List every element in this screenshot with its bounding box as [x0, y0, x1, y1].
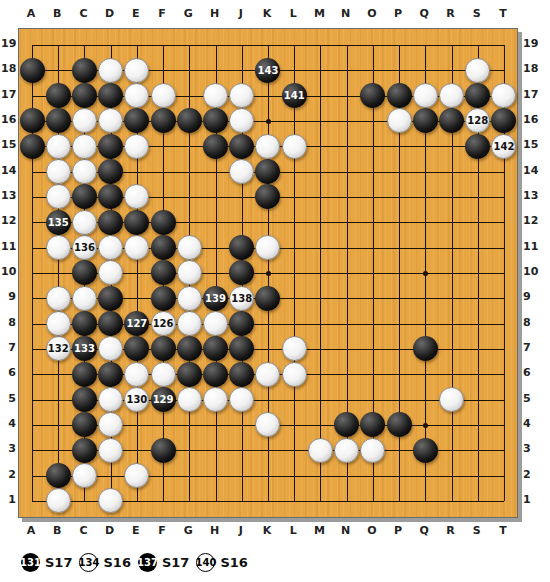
star-point	[266, 119, 271, 124]
stone-C3	[72, 438, 97, 463]
column-label-N: N	[333, 7, 359, 20]
stone-J6	[229, 362, 254, 387]
row-label-1: 1	[523, 493, 545, 507]
column-label-K: K	[254, 7, 280, 20]
stone-P16	[387, 108, 412, 133]
stone-C17	[72, 83, 97, 108]
stone-K14	[255, 159, 280, 184]
stone-H5	[203, 387, 228, 412]
stone-G10	[177, 260, 202, 285]
row-label-15: 15	[523, 138, 545, 152]
row-label-4: 4	[1, 417, 16, 431]
stone-B9	[46, 286, 71, 311]
stone-C18	[72, 58, 97, 83]
stone-C7-move-133: 133	[72, 336, 97, 361]
stone-Q16	[413, 108, 438, 133]
column-label-A: A	[18, 7, 44, 20]
stone-J10	[229, 260, 254, 285]
column-label-H: H	[202, 524, 228, 537]
column-label-S: S	[464, 524, 490, 537]
stone-H8	[203, 311, 228, 336]
column-label-E: E	[123, 524, 149, 537]
row-label-10: 10	[1, 265, 16, 279]
stone-N3	[334, 438, 359, 463]
caption-move-disc-131: 131	[21, 553, 40, 572]
stone-J9-move-138: 138	[229, 286, 254, 311]
row-label-16: 16	[1, 113, 16, 127]
stone-J14	[229, 159, 254, 184]
stone-B14	[46, 159, 71, 184]
stone-J7	[229, 336, 254, 361]
stone-C15	[72, 134, 97, 159]
row-label-18: 18	[1, 62, 16, 76]
stone-D3	[98, 438, 123, 463]
column-label-S: S	[464, 7, 490, 20]
caption-move-140: 140S16	[196, 553, 247, 572]
row-label-1: 1	[1, 493, 16, 507]
row-label-17: 17	[523, 88, 545, 102]
column-label-E: E	[123, 7, 149, 20]
stone-F9	[151, 286, 176, 311]
stone-Q3	[413, 438, 438, 463]
row-label-14: 14	[523, 164, 545, 178]
stone-L17-move-141: 141	[282, 83, 307, 108]
column-label-M: M	[306, 524, 332, 537]
star-point	[266, 271, 271, 276]
stone-D16	[98, 108, 123, 133]
column-label-P: P	[385, 7, 411, 20]
stone-E11	[124, 235, 149, 260]
stone-H6	[203, 362, 228, 387]
stone-C6	[72, 362, 97, 387]
stone-A16	[20, 108, 45, 133]
column-label-Q: Q	[411, 7, 437, 20]
star-point	[423, 423, 428, 428]
row-label-2: 2	[1, 468, 16, 482]
caption-move-point-134: S16	[103, 555, 130, 570]
stone-F3	[151, 438, 176, 463]
stone-D5	[98, 387, 123, 412]
row-label-8: 8	[1, 316, 16, 330]
column-label-T: T	[490, 524, 516, 537]
caption-move-point-137: S17	[162, 555, 189, 570]
column-label-B: B	[44, 7, 70, 20]
row-label-11: 11	[1, 240, 16, 254]
row-label-6: 6	[523, 366, 545, 380]
stone-E13	[124, 184, 149, 209]
stone-S17	[465, 83, 490, 108]
stone-H15	[203, 134, 228, 159]
stone-D15	[98, 134, 123, 159]
row-label-3: 3	[523, 442, 545, 456]
column-label-O: O	[359, 524, 385, 537]
stone-F5-move-129: 129	[151, 387, 176, 412]
row-label-5: 5	[523, 392, 545, 406]
stone-D18	[98, 58, 123, 83]
stone-F8-move-126: 126	[151, 311, 176, 336]
row-label-15: 15	[1, 138, 16, 152]
row-label-7: 7	[523, 341, 545, 355]
stone-P4	[387, 412, 412, 437]
stone-C13	[72, 184, 97, 209]
row-label-14: 14	[1, 164, 16, 178]
move-caption: 131S17134S16137S17140S16	[21, 551, 248, 573]
column-label-D: D	[97, 7, 123, 20]
stone-T17	[491, 83, 516, 108]
caption-move-point-131: S17	[45, 555, 72, 570]
stone-D1	[98, 488, 123, 513]
go-board: 1431411281421351361391381271261321331301…	[18, 28, 518, 518]
row-label-17: 17	[1, 88, 16, 102]
stone-E8-move-127: 127	[124, 311, 149, 336]
stone-C14	[72, 159, 97, 184]
stone-K18-move-143: 143	[255, 58, 280, 83]
column-label-R: R	[438, 524, 464, 537]
stone-H16	[203, 108, 228, 133]
stone-G7	[177, 336, 202, 361]
row-label-13: 13	[1, 189, 16, 203]
stone-E6	[124, 362, 149, 387]
stone-C16	[72, 108, 97, 133]
stone-K15	[255, 134, 280, 159]
stone-D12	[98, 210, 123, 235]
stone-E7	[124, 336, 149, 361]
caption-move-131: 131S17	[21, 553, 72, 572]
row-label-13: 13	[523, 189, 545, 203]
column-label-F: F	[149, 7, 175, 20]
row-label-4: 4	[523, 417, 545, 431]
stone-C9	[72, 286, 97, 311]
stone-J11	[229, 235, 254, 260]
stone-D10	[98, 260, 123, 285]
stone-E18	[124, 58, 149, 83]
row-label-12: 12	[523, 214, 545, 228]
row-label-9: 9	[523, 290, 545, 304]
column-label-L: L	[280, 524, 306, 537]
stone-B15	[46, 134, 71, 159]
stone-Q17	[413, 83, 438, 108]
stone-E5-move-130: 130	[124, 387, 149, 412]
stone-D6	[98, 362, 123, 387]
stone-J5	[229, 387, 254, 412]
stone-K9	[255, 286, 280, 311]
stone-O3	[360, 438, 385, 463]
stone-L6	[282, 362, 307, 387]
column-label-J: J	[228, 7, 254, 20]
row-label-8: 8	[523, 316, 545, 330]
caption-move-137: 137S17	[138, 553, 189, 572]
row-label-19: 19	[1, 37, 16, 51]
stone-S16-move-128: 128	[465, 108, 490, 133]
column-label-C: C	[70, 524, 96, 537]
stone-C5	[72, 387, 97, 412]
stone-C4	[72, 412, 97, 437]
stone-R17	[439, 83, 464, 108]
row-label-10: 10	[523, 265, 545, 279]
stone-H17	[203, 83, 228, 108]
stone-G11	[177, 235, 202, 260]
stone-S15	[465, 134, 490, 159]
stone-S18	[465, 58, 490, 83]
row-label-5: 5	[1, 392, 16, 406]
stone-H7	[203, 336, 228, 361]
stone-E16	[124, 108, 149, 133]
stone-D14	[98, 159, 123, 184]
stone-C11-move-136: 136	[72, 235, 97, 260]
stone-E12	[124, 210, 149, 235]
caption-move-point-140: S16	[220, 555, 247, 570]
caption-move-disc-140: 140	[196, 553, 215, 572]
stone-A15	[20, 134, 45, 159]
column-label-C: C	[70, 7, 96, 20]
stone-J8	[229, 311, 254, 336]
stone-O4	[360, 412, 385, 437]
stone-B11	[46, 235, 71, 260]
stone-R5	[439, 387, 464, 412]
stone-D8	[98, 311, 123, 336]
stone-M3	[308, 438, 333, 463]
stone-K11	[255, 235, 280, 260]
stone-L15	[282, 134, 307, 159]
row-label-2: 2	[523, 468, 545, 482]
column-label-A: A	[18, 524, 44, 537]
row-label-18: 18	[523, 62, 545, 76]
column-label-L: L	[280, 7, 306, 20]
row-label-6: 6	[1, 366, 16, 380]
stone-H9-move-139: 139	[203, 286, 228, 311]
row-label-7: 7	[1, 341, 16, 355]
stone-G16	[177, 108, 202, 133]
caption-move-disc-134: 134	[79, 553, 98, 572]
stone-J16	[229, 108, 254, 133]
stone-B8	[46, 311, 71, 336]
row-label-12: 12	[1, 214, 16, 228]
stone-F10	[151, 260, 176, 285]
column-label-G: G	[175, 7, 201, 20]
stone-Q7	[413, 336, 438, 361]
column-label-N: N	[333, 524, 359, 537]
stone-E15	[124, 134, 149, 159]
stone-B1	[46, 488, 71, 513]
grid-line	[32, 476, 504, 477]
column-label-R: R	[438, 7, 464, 20]
stone-N4	[334, 412, 359, 437]
stone-G8	[177, 311, 202, 336]
row-label-9: 9	[1, 290, 16, 304]
stone-K4	[255, 412, 280, 437]
stone-D9	[98, 286, 123, 311]
stone-G5	[177, 387, 202, 412]
stone-K6	[255, 362, 280, 387]
stone-K13	[255, 184, 280, 209]
stone-F16	[151, 108, 176, 133]
stone-B17	[46, 83, 71, 108]
stone-B12-move-135: 135	[46, 210, 71, 235]
stone-F6	[151, 362, 176, 387]
stone-F7	[151, 336, 176, 361]
grid-line	[32, 45, 504, 46]
stone-E17	[124, 83, 149, 108]
stone-J17	[229, 83, 254, 108]
column-label-F: F	[149, 524, 175, 537]
row-label-3: 3	[1, 442, 16, 456]
stone-T16	[491, 108, 516, 133]
stone-A18	[20, 58, 45, 83]
stone-B13	[46, 184, 71, 209]
stone-B16	[46, 108, 71, 133]
column-label-G: G	[175, 524, 201, 537]
stone-F17	[151, 83, 176, 108]
stone-P17	[387, 83, 412, 108]
stone-F12	[151, 210, 176, 235]
stone-D11	[98, 235, 123, 260]
stone-E2	[124, 463, 149, 488]
stone-D4	[98, 412, 123, 437]
column-label-D: D	[97, 524, 123, 537]
stone-D13	[98, 184, 123, 209]
stone-C8	[72, 311, 97, 336]
stone-T15-move-142: 142	[491, 134, 516, 159]
column-label-K: K	[254, 524, 280, 537]
stone-G9	[177, 286, 202, 311]
stone-R16	[439, 108, 464, 133]
stone-B7-move-132: 132	[46, 336, 71, 361]
stone-D17	[98, 83, 123, 108]
column-label-P: P	[385, 524, 411, 537]
caption-move-disc-137: 137	[138, 553, 157, 572]
go-diagram-page: ABCDEFGHJKLMNOPQRST ABCDEFGHJKLMNOPQRST …	[0, 0, 550, 582]
column-label-J: J	[228, 524, 254, 537]
stone-J15	[229, 134, 254, 159]
stone-D7	[98, 336, 123, 361]
stone-G6	[177, 362, 202, 387]
stone-C10	[72, 260, 97, 285]
column-label-Q: Q	[411, 524, 437, 537]
stone-F11	[151, 235, 176, 260]
stone-L7	[282, 336, 307, 361]
column-label-M: M	[306, 7, 332, 20]
stone-B2	[46, 463, 71, 488]
stone-C12	[72, 210, 97, 235]
stone-C2	[72, 463, 97, 488]
row-label-11: 11	[523, 240, 545, 254]
column-label-H: H	[202, 7, 228, 20]
column-label-T: T	[490, 7, 516, 20]
column-label-B: B	[44, 524, 70, 537]
column-label-O: O	[359, 7, 385, 20]
star-point	[423, 271, 428, 276]
caption-move-134: 134S16	[79, 553, 130, 572]
row-label-19: 19	[523, 37, 545, 51]
stone-O17	[360, 83, 385, 108]
row-label-16: 16	[523, 113, 545, 127]
